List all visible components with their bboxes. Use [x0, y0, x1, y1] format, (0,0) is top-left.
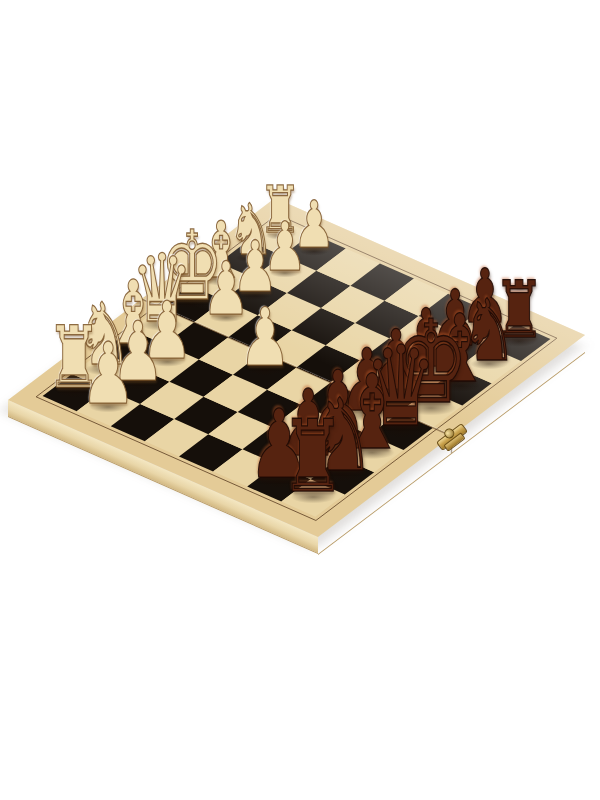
chess-board: [8, 198, 585, 537]
chess-set-photo: ♜♞♝♛♚♝♞♜♟♟♟♟♟♟♟♟♟♟♟♟♟♟♟♟♜♞♝♛♚♝♞♜: [0, 0, 600, 800]
